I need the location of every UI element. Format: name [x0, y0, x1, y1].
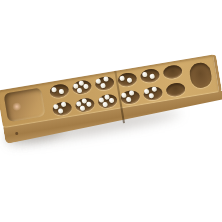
stone — [102, 101, 108, 107]
stone — [61, 101, 67, 107]
store-right — [188, 61, 213, 89]
stone — [119, 75, 125, 81]
store-left — [3, 87, 45, 122]
pit-front-6[interactable] — [163, 78, 189, 100]
stone — [77, 87, 83, 93]
photo-background — [0, 0, 222, 222]
stone — [83, 83, 89, 89]
stone — [129, 90, 135, 96]
stone — [58, 88, 64, 94]
wood-knot — [15, 132, 18, 135]
stone — [126, 96, 132, 102]
pit-basin — [165, 81, 186, 97]
pit-front-5[interactable] — [140, 82, 166, 104]
pit-basin — [71, 79, 92, 95]
pit-basin — [74, 96, 95, 112]
pit-basin — [120, 89, 141, 105]
pit-front-2[interactable] — [72, 94, 98, 116]
pit-basin — [140, 67, 161, 83]
pit-front-3[interactable] — [95, 90, 121, 112]
stone — [100, 82, 106, 88]
stone — [127, 77, 133, 83]
pit-basin — [117, 71, 138, 87]
stone — [80, 105, 86, 111]
pit-basin — [142, 85, 163, 101]
pit-basin — [49, 82, 70, 98]
stone — [103, 76, 109, 82]
stone — [148, 92, 154, 98]
pit-basin — [52, 100, 73, 116]
pit-basin — [94, 75, 115, 91]
stone — [86, 101, 92, 107]
pit-basin — [162, 63, 183, 79]
stone — [109, 97, 115, 103]
stone — [151, 86, 157, 92]
mancala-board — [0, 54, 222, 146]
store-highlight — [11, 102, 22, 112]
stone — [58, 108, 64, 114]
stone — [149, 73, 155, 79]
pit-front-1[interactable] — [49, 97, 75, 119]
pit-basin — [97, 93, 118, 109]
stone — [51, 86, 57, 92]
stone — [142, 71, 148, 77]
